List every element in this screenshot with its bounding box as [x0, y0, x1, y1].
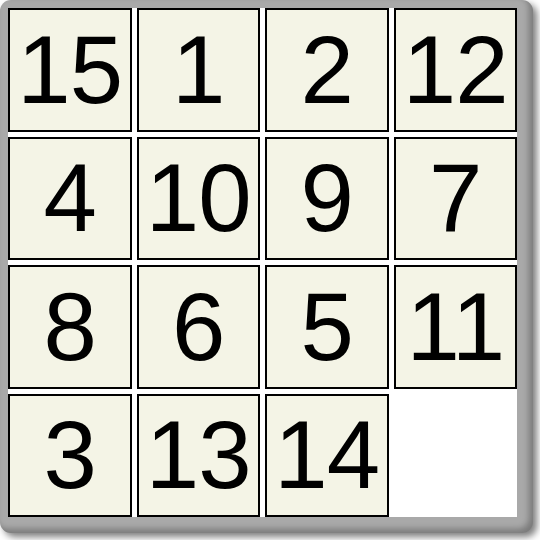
tile-11[interactable]: 11	[394, 265, 518, 389]
tile-6[interactable]: 6	[137, 265, 261, 389]
tile-3[interactable]: 3	[8, 394, 132, 518]
tile-2[interactable]: 2	[265, 8, 389, 132]
tile-15[interactable]: 15	[8, 8, 132, 132]
tile-5[interactable]: 5	[265, 265, 389, 389]
tile-14[interactable]: 14	[265, 394, 389, 518]
puzzle-frame: 151212410978651131314	[0, 0, 533, 533]
tile-13[interactable]: 13	[137, 394, 261, 518]
tile-1[interactable]: 1	[137, 8, 261, 132]
empty-cell	[394, 394, 518, 518]
tile-12[interactable]: 12	[394, 8, 518, 132]
tile-8[interactable]: 8	[8, 265, 132, 389]
tile-9[interactable]: 9	[265, 137, 389, 261]
tile-10[interactable]: 10	[137, 137, 261, 261]
tile-4[interactable]: 4	[8, 137, 132, 261]
tile-7[interactable]: 7	[394, 137, 518, 261]
puzzle-board: 151212410978651131314	[8, 8, 517, 517]
puzzle-grid: 151212410978651131314	[8, 8, 517, 517]
